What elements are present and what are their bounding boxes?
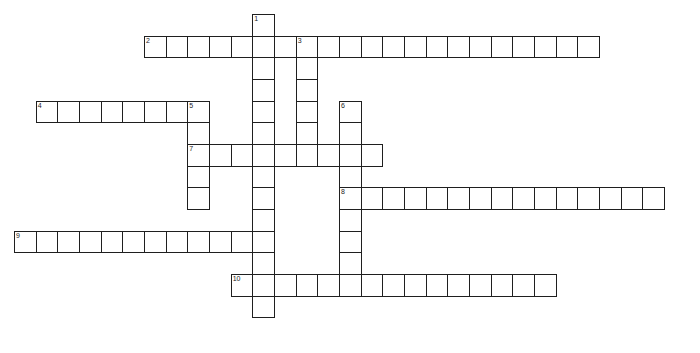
cell-r4c11[interactable]	[252, 101, 275, 124]
cell-r8c18[interactable]	[404, 187, 427, 210]
cell-r1c23[interactable]	[512, 36, 535, 59]
clue-number-5: 5	[189, 102, 193, 110]
cell-r8c23[interactable]	[512, 187, 535, 210]
cell-r1c16[interactable]	[361, 36, 384, 59]
cell-r6c10[interactable]	[231, 144, 254, 167]
crossword-board: 12345678910	[0, 0, 700, 353]
cell-r12c11[interactable]	[252, 274, 275, 297]
cell-r12c15[interactable]	[339, 274, 362, 297]
cell-r1c21[interactable]	[469, 36, 492, 59]
cell-r8c21[interactable]	[469, 187, 492, 210]
cell-r10c4[interactable]	[101, 231, 124, 254]
crossword-page: 12345678910	[0, 0, 700, 353]
cell-r4c3[interactable]	[79, 101, 102, 124]
cell-r12c19[interactable]	[426, 274, 449, 297]
cell-r12c24[interactable]	[534, 274, 557, 297]
cell-r5c15[interactable]	[339, 122, 362, 145]
cell-r7c15[interactable]	[339, 166, 362, 189]
cell-r4c8[interactable]: 5	[187, 101, 210, 124]
cell-r1c20[interactable]	[447, 36, 470, 59]
cell-r3c11[interactable]	[252, 79, 275, 102]
cell-r12c13[interactable]	[296, 274, 319, 297]
cell-r6c9[interactable]	[209, 144, 232, 167]
cell-r8c24[interactable]	[534, 187, 557, 210]
cell-r1c25[interactable]	[556, 36, 579, 59]
cell-r1c15[interactable]	[339, 36, 362, 59]
cell-r8c19[interactable]	[426, 187, 449, 210]
cell-r10c0[interactable]: 9	[14, 231, 37, 254]
cell-r5c11[interactable]	[252, 122, 275, 145]
cell-r8c17[interactable]	[382, 187, 405, 210]
cell-r4c2[interactable]	[57, 101, 80, 124]
cell-r4c7[interactable]	[166, 101, 189, 124]
cell-r10c9[interactable]	[209, 231, 232, 254]
cell-r6c14[interactable]	[317, 144, 340, 167]
cell-r12c21[interactable]	[469, 274, 492, 297]
cell-r8c22[interactable]	[491, 187, 514, 210]
cell-r6c16[interactable]	[361, 144, 384, 167]
cell-r2c13[interactable]	[296, 57, 319, 80]
cell-r9c15[interactable]	[339, 209, 362, 232]
cell-r1c19[interactable]	[426, 36, 449, 59]
cell-r6c13[interactable]	[296, 144, 319, 167]
cell-r1c7[interactable]	[166, 36, 189, 59]
cell-r9c11[interactable]	[252, 209, 275, 232]
cell-r12c14[interactable]	[317, 274, 340, 297]
cell-r10c10[interactable]	[231, 231, 254, 254]
cell-r6c8[interactable]: 7	[187, 144, 210, 167]
cell-r7c11[interactable]	[252, 166, 275, 189]
cell-r5c8[interactable]	[187, 122, 210, 145]
cell-r12c16[interactable]	[361, 274, 384, 297]
cell-r10c15[interactable]	[339, 231, 362, 254]
clue-number-9: 9	[16, 232, 20, 240]
clue-number-3: 3	[298, 37, 302, 45]
cell-r10c1[interactable]	[36, 231, 59, 254]
cell-r0c11[interactable]: 1	[252, 14, 275, 37]
cell-r13c11[interactable]	[252, 296, 275, 319]
cell-r1c6[interactable]: 2	[144, 36, 167, 59]
cell-r1c13[interactable]: 3	[296, 36, 319, 59]
cell-r1c17[interactable]	[382, 36, 405, 59]
cell-r4c5[interactable]	[122, 101, 145, 124]
cell-r1c14[interactable]	[317, 36, 340, 59]
cell-r5c13[interactable]	[296, 122, 319, 145]
cell-r11c15[interactable]	[339, 252, 362, 275]
cell-r12c10[interactable]: 10	[231, 274, 254, 297]
clue-number-2: 2	[146, 37, 150, 45]
clue-number-6: 6	[341, 102, 345, 110]
cell-r4c1[interactable]: 4	[36, 101, 59, 124]
cell-r12c22[interactable]	[491, 274, 514, 297]
cell-r12c23[interactable]	[512, 274, 535, 297]
clue-number-7: 7	[189, 145, 193, 153]
cell-r8c28[interactable]	[621, 187, 644, 210]
cell-r8c11[interactable]	[252, 187, 275, 210]
cell-r8c20[interactable]	[447, 187, 470, 210]
cell-r10c3[interactable]	[79, 231, 102, 254]
cell-r1c11[interactable]	[252, 36, 275, 59]
cell-r1c9[interactable]	[209, 36, 232, 59]
clue-number-10: 10	[233, 275, 241, 283]
cell-r8c27[interactable]	[599, 187, 622, 210]
cell-r12c20[interactable]	[447, 274, 470, 297]
cell-r10c11[interactable]	[252, 231, 275, 254]
cell-r1c8[interactable]	[187, 36, 210, 59]
cell-r8c29[interactable]	[642, 187, 665, 210]
cell-r8c26[interactable]	[577, 187, 600, 210]
cell-r8c16[interactable]	[361, 187, 384, 210]
cell-r2c11[interactable]	[252, 57, 275, 80]
clue-number-8: 8	[341, 188, 345, 196]
cell-r11c11[interactable]	[252, 252, 275, 275]
cell-r12c18[interactable]	[404, 274, 427, 297]
cell-r4c13[interactable]	[296, 101, 319, 124]
cell-r6c15[interactable]	[339, 144, 362, 167]
cell-r8c15[interactable]: 8	[339, 187, 362, 210]
cell-r7c8[interactable]	[187, 166, 210, 189]
cell-r6c12[interactable]	[274, 144, 297, 167]
clue-number-4: 4	[38, 102, 42, 110]
cell-r1c12[interactable]	[274, 36, 297, 59]
cell-r3c13[interactable]	[296, 79, 319, 102]
cell-r10c2[interactable]	[57, 231, 80, 254]
clue-number-1: 1	[254, 15, 258, 23]
cell-r4c6[interactable]	[144, 101, 167, 124]
cell-r12c17[interactable]	[382, 274, 405, 297]
cell-r4c4[interactable]	[101, 101, 124, 124]
cell-r1c26[interactable]	[577, 36, 600, 59]
cell-r1c24[interactable]	[534, 36, 557, 59]
cell-r1c18[interactable]	[404, 36, 427, 59]
cell-r6c11[interactable]	[252, 144, 275, 167]
cell-r8c25[interactable]	[556, 187, 579, 210]
cell-r10c5[interactable]	[122, 231, 145, 254]
cell-r10c6[interactable]	[144, 231, 167, 254]
cell-r1c22[interactable]	[491, 36, 514, 59]
cell-r12c12[interactable]	[274, 274, 297, 297]
cell-r1c10[interactable]	[231, 36, 254, 59]
cell-r4c15[interactable]: 6	[339, 101, 362, 124]
cell-r8c8[interactable]	[187, 187, 210, 210]
cell-r10c7[interactable]	[166, 231, 189, 254]
cell-r10c8[interactable]	[187, 231, 210, 254]
